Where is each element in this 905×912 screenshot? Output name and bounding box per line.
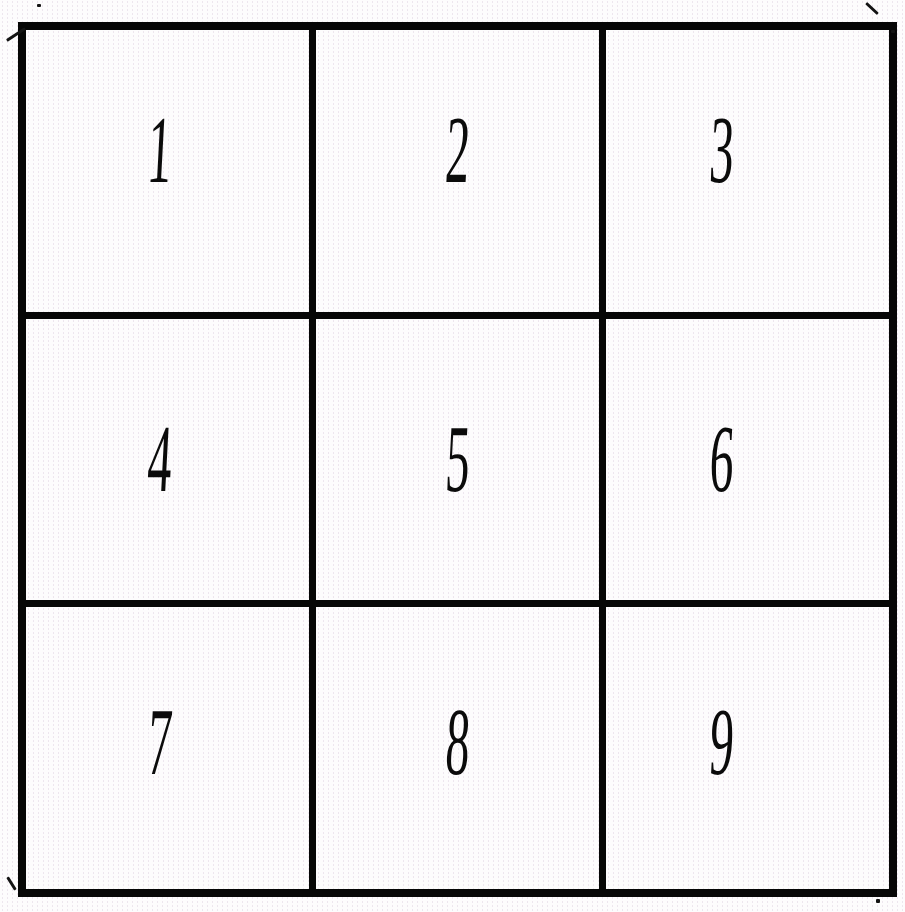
grid-cell-r3c2: 8 (316, 607, 599, 889)
grid-board: 1 2 3 4 5 6 7 8 9 (18, 22, 897, 897)
cell-number: 5 (443, 411, 472, 507)
grid-cell-r1c1: 1 (26, 30, 309, 312)
corner-speck-top-right-icon (891, 30, 895, 33)
grid-cell-r2c1: 4 (26, 319, 309, 601)
grid-cell-r2c2: 5 (316, 319, 599, 601)
corner-tick-top-right-icon (865, 2, 879, 15)
cell-number: 6 (707, 411, 736, 507)
cell-number: 4 (145, 411, 174, 507)
cell-number: 8 (443, 694, 472, 790)
grid-cell-r1c3: 3 (606, 30, 889, 312)
cell-number: 7 (145, 694, 174, 790)
corner-speck-top-left-icon (37, 4, 41, 7)
cell-number: 9 (707, 694, 736, 790)
grid-cell-r3c1: 7 (26, 607, 309, 889)
grid-cell-r2c3: 6 (606, 319, 889, 601)
cell-number: 3 (707, 102, 736, 198)
grid-cell-r1c2: 2 (316, 30, 599, 312)
cell-number: 1 (145, 102, 174, 198)
cell-number: 2 (443, 102, 472, 198)
corner-speck-bottom-right-icon (876, 899, 880, 903)
corner-tick-bottom-left-icon (6, 876, 16, 890)
grid-cell-r3c3: 9 (606, 607, 889, 889)
